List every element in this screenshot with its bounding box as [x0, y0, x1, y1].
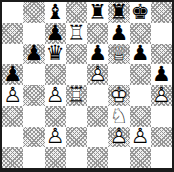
- square-e8[interactable]: ♜: [87, 2, 108, 23]
- square-a2[interactable]: [2, 127, 23, 148]
- square-h5[interactable]: ♟: [151, 64, 172, 85]
- square-d4[interactable]: ♜♖: [66, 85, 87, 106]
- square-a7[interactable]: [2, 23, 23, 44]
- white-knight-outline: ♘: [108, 106, 129, 127]
- white-queen-outline: ♕: [108, 44, 129, 65]
- square-b4[interactable]: [23, 85, 44, 106]
- square-d5[interactable]: [66, 64, 87, 85]
- black-pawn: ♟: [109, 23, 128, 44]
- square-e2[interactable]: [87, 127, 108, 148]
- white-rook-outline: ♖: [66, 23, 87, 44]
- square-g3[interactable]: [130, 106, 151, 127]
- white-king-outline: ♔: [108, 85, 129, 106]
- square-d2[interactable]: [66, 127, 87, 148]
- square-e7[interactable]: [87, 23, 108, 44]
- square-d3[interactable]: [66, 106, 87, 127]
- white-pawn-outline: ♙: [45, 127, 66, 148]
- square-b7[interactable]: [23, 23, 44, 44]
- square-a3[interactable]: [2, 106, 23, 127]
- white-pawn: ♟♙: [45, 127, 66, 148]
- white-pawn-outline: ♙: [2, 85, 23, 106]
- black-rook: ♜: [109, 2, 128, 23]
- square-g1[interactable]: [130, 147, 151, 168]
- white-rook: ♜♖: [66, 85, 87, 106]
- square-d8[interactable]: [66, 2, 87, 23]
- square-h8[interactable]: [151, 2, 172, 23]
- square-h7[interactable]: [151, 23, 172, 44]
- black-king: ♚: [131, 2, 150, 23]
- square-h2[interactable]: [151, 127, 172, 148]
- white-rook-outline: ♖: [66, 85, 87, 106]
- white-pawn-outline: ♙: [130, 127, 151, 148]
- square-a4[interactable]: ♟♙: [2, 85, 23, 106]
- square-d7[interactable]: ♜♖: [66, 23, 87, 44]
- square-f8[interactable]: ♜: [108, 2, 129, 23]
- square-h1[interactable]: [151, 147, 172, 168]
- black-pawn: ♟: [24, 44, 43, 65]
- white-pawn: ♟♙: [130, 127, 151, 148]
- square-h3[interactable]: [151, 106, 172, 127]
- black-bishop: ♝: [46, 2, 65, 23]
- square-c8[interactable]: ♝: [45, 2, 66, 23]
- square-c3[interactable]: [45, 106, 66, 127]
- square-b2[interactable]: [23, 127, 44, 148]
- black-pawn: ♟: [152, 64, 171, 85]
- square-c7[interactable]: ♟: [45, 23, 66, 44]
- square-h6[interactable]: [151, 44, 172, 65]
- square-a6[interactable]: [2, 44, 23, 65]
- square-c1[interactable]: [45, 147, 66, 168]
- square-d6[interactable]: [66, 44, 87, 65]
- black-queen: ♛: [46, 44, 65, 65]
- square-b8[interactable]: [23, 2, 44, 23]
- square-f4[interactable]: ♚♔: [108, 85, 129, 106]
- white-pawn-outline: ♙: [108, 127, 129, 148]
- chess-board-frame: ♝♜♜♚♟♜♖♟♟♛♟♛♕♟♟♟♙♟♟♙♟♙♜♖♚♔♟♙♞♘♟♙♟♙♟♙: [0, 0, 174, 172]
- square-f1[interactable]: [108, 147, 129, 168]
- white-rook: ♜♖: [66, 23, 87, 44]
- black-pawn: ♟: [88, 44, 107, 65]
- square-e5[interactable]: ♟♙: [87, 64, 108, 85]
- square-d1[interactable]: [66, 147, 87, 168]
- white-pawn-outline: ♙: [151, 85, 172, 106]
- square-c6[interactable]: ♛: [45, 44, 66, 65]
- black-rook: ♜: [88, 2, 107, 23]
- square-a8[interactable]: [2, 2, 23, 23]
- square-g8[interactable]: ♚: [130, 2, 151, 23]
- square-g2[interactable]: ♟♙: [130, 127, 151, 148]
- white-king: ♚♔: [108, 85, 129, 106]
- white-pawn: ♟♙: [45, 85, 66, 106]
- square-c2[interactable]: ♟♙: [45, 127, 66, 148]
- square-f2[interactable]: ♟♙: [108, 127, 129, 148]
- white-pawn: ♟♙: [108, 127, 129, 148]
- white-queen: ♛♕: [108, 44, 129, 65]
- square-a5[interactable]: ♟: [2, 64, 23, 85]
- square-e6[interactable]: ♟: [87, 44, 108, 65]
- square-g6[interactable]: ♟: [130, 44, 151, 65]
- square-f3[interactable]: ♞♘: [108, 106, 129, 127]
- white-pawn: ♟♙: [151, 85, 172, 106]
- square-c4[interactable]: ♟♙: [45, 85, 66, 106]
- square-e3[interactable]: [87, 106, 108, 127]
- square-b6[interactable]: ♟: [23, 44, 44, 65]
- black-pawn: ♟: [3, 64, 22, 85]
- square-e1[interactable]: [87, 147, 108, 168]
- white-knight: ♞♘: [108, 106, 129, 127]
- square-b3[interactable]: [23, 106, 44, 127]
- square-a1[interactable]: [2, 147, 23, 168]
- square-h4[interactable]: ♟♙: [151, 85, 172, 106]
- chess-board: ♝♜♜♚♟♜♖♟♟♛♟♛♕♟♟♟♙♟♟♙♟♙♜♖♚♔♟♙♞♘♟♙♟♙♟♙: [2, 2, 172, 168]
- square-f6[interactable]: ♛♕: [108, 44, 129, 65]
- white-pawn: ♟♙: [2, 85, 23, 106]
- square-g7[interactable]: [130, 23, 151, 44]
- square-b5[interactable]: [23, 64, 44, 85]
- square-f5[interactable]: [108, 64, 129, 85]
- white-pawn-outline: ♙: [87, 64, 108, 85]
- white-pawn: ♟♙: [87, 64, 108, 85]
- square-c5[interactable]: [45, 64, 66, 85]
- white-pawn-outline: ♙: [45, 85, 66, 106]
- square-g4[interactable]: [130, 85, 151, 106]
- black-pawn: ♟: [131, 44, 150, 65]
- square-e4[interactable]: [87, 85, 108, 106]
- square-g5[interactable]: [130, 64, 151, 85]
- square-b1[interactable]: [23, 147, 44, 168]
- square-f7[interactable]: ♟: [108, 23, 129, 44]
- black-pawn: ♟: [46, 23, 65, 44]
